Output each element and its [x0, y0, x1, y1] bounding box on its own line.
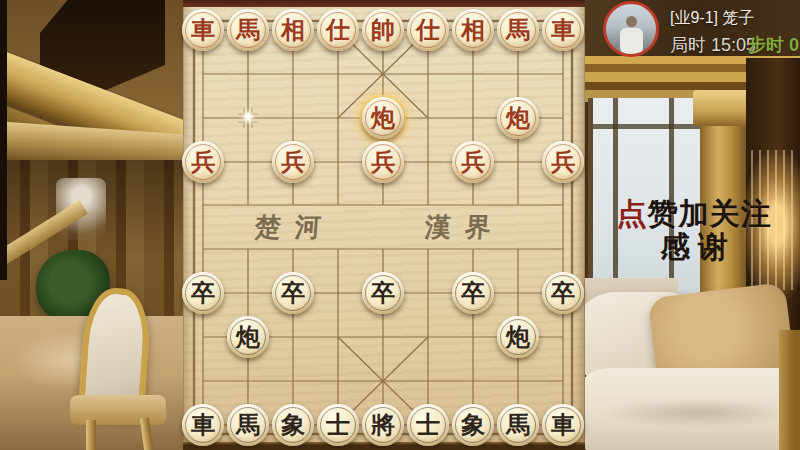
like-subscribe-banner: 点赞加关注 感谢: [606, 198, 782, 262]
piece-black-炮[interactable]: 炮: [497, 316, 539, 358]
piece-black-卒[interactable]: 卒: [362, 272, 404, 314]
piece-red-兵[interactable]: 兵: [542, 141, 584, 183]
banner-line1: 点赞加关注: [606, 198, 782, 230]
avatar-person-body: [620, 28, 643, 54]
piece-black-卒[interactable]: 卒: [182, 272, 224, 314]
piece-black-馬[interactable]: 馬: [497, 404, 539, 446]
couch-crease-shadow: [603, 398, 793, 428]
piece-black-象[interactable]: 象: [452, 404, 494, 446]
gold-pillar-corner: [779, 330, 800, 450]
chair-leg: [86, 420, 96, 450]
piece-red-帥[interactable]: 帥: [362, 9, 404, 51]
player-name: [业9-1] 笼子: [670, 8, 754, 29]
gilded-chair-seat: [70, 395, 166, 425]
piece-red-炮[interactable]: 炮: [497, 97, 539, 139]
piece-black-將[interactable]: 將: [362, 404, 404, 446]
game-time: 局时 15:05: [670, 33, 756, 57]
banner-rest: 赞加关注: [648, 196, 772, 231]
banner-first-char: 点: [617, 196, 648, 231]
xiangqi-board[interactable]: 楚河 漢界 車馬相仕帥仕相馬車炮炮兵兵兵兵兵卒卒卒卒卒炮炮車馬象士將士象馬車✦: [183, 0, 585, 450]
piece-black-卒[interactable]: 卒: [452, 272, 494, 314]
banner-line2: 感谢: [606, 231, 782, 263]
piece-red-兵[interactable]: 兵: [182, 141, 224, 183]
piece-red-車[interactable]: 車: [182, 9, 224, 51]
piece-black-卒[interactable]: 卒: [542, 272, 584, 314]
player-avatar: [603, 1, 659, 57]
piece-red-兵[interactable]: 兵: [452, 141, 494, 183]
piece-black-車[interactable]: 車: [542, 404, 584, 446]
piece-black-卒[interactable]: 卒: [272, 272, 314, 314]
board-top-edge: [183, 0, 585, 7]
piece-red-仕[interactable]: 仕: [317, 9, 359, 51]
piece-black-馬[interactable]: 馬: [227, 404, 269, 446]
move-time: 步时 0: [748, 33, 799, 57]
piece-red-馬[interactable]: 馬: [497, 9, 539, 51]
stream-player-overlay: [业9-1] 笼子 局时 15:05 步时 0: [600, 0, 800, 62]
dark-edge-strip: [0, 0, 7, 280]
piece-red-兵[interactable]: 兵: [272, 141, 314, 183]
last-move-origin-marker: ✦: [237, 107, 259, 129]
piece-red-兵[interactable]: 兵: [362, 141, 404, 183]
avatar-person-head: [626, 16, 637, 27]
piece-red-車[interactable]: 車: [542, 9, 584, 51]
piece-black-炮[interactable]: 炮: [227, 316, 269, 358]
piece-red-炮[interactable]: 炮: [362, 97, 404, 139]
piece-red-馬[interactable]: 馬: [227, 9, 269, 51]
piece-red-相[interactable]: 相: [272, 9, 314, 51]
piece-red-仕[interactable]: 仕: [407, 9, 449, 51]
board-vignette: [183, 0, 585, 450]
screenshot-root: 楚河 漢界 車馬相仕帥仕相馬車炮炮兵兵兵兵兵卒卒卒卒卒炮炮車馬象士將士象馬車✦ …: [0, 0, 800, 450]
piece-black-象[interactable]: 象: [272, 404, 314, 446]
piece-black-士[interactable]: 士: [407, 404, 449, 446]
piece-red-相[interactable]: 相: [452, 9, 494, 51]
piece-black-車[interactable]: 車: [182, 404, 224, 446]
background-room-left: [0, 0, 183, 450]
piece-black-士[interactable]: 士: [317, 404, 359, 446]
